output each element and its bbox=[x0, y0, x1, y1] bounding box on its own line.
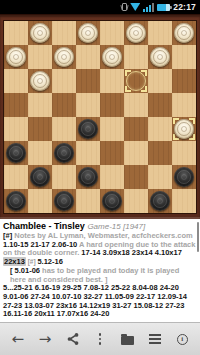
move-text[interactable]: 17-14 3.09x18 23x14 4.10x17 bbox=[81, 248, 182, 257]
light-square bbox=[28, 189, 52, 213]
white-man-28[interactable] bbox=[6, 47, 26, 67]
square-28[interactable] bbox=[4, 45, 28, 69]
square-1[interactable] bbox=[148, 189, 172, 213]
light-square bbox=[124, 45, 148, 69]
move-text[interactable]: 1.10-15 21-17 2.06-10 bbox=[3, 240, 79, 249]
square-4[interactable] bbox=[4, 189, 28, 213]
square-12[interactable] bbox=[4, 141, 28, 165]
light-square bbox=[52, 69, 76, 93]
engine-analysis-line: 13 (2/8): -0.10 5.12-16 24-20 6.16-19 25… bbox=[3, 320, 196, 322]
black-man-1[interactable] bbox=[150, 191, 170, 211]
light-square bbox=[76, 141, 100, 165]
info-button[interactable]: i bbox=[171, 328, 193, 350]
signal-icon bbox=[143, 3, 154, 12]
move-list-button[interactable] bbox=[144, 328, 166, 350]
notation-panel: Chamblee - Tinsley Game-15 [1947] [#] No… bbox=[0, 219, 200, 322]
light-square bbox=[172, 141, 196, 165]
light-square bbox=[148, 69, 172, 93]
light-square bbox=[148, 165, 172, 189]
white-man-29[interactable] bbox=[174, 23, 194, 43]
square-13[interactable] bbox=[172, 117, 196, 141]
black-man-3[interactable] bbox=[54, 191, 74, 211]
black-man-8[interactable] bbox=[30, 167, 50, 187]
light-square bbox=[4, 117, 28, 141]
wifi-icon bbox=[130, 3, 140, 11]
square-14[interactable] bbox=[124, 117, 148, 141]
square-5[interactable] bbox=[172, 165, 196, 189]
folder-icon bbox=[121, 336, 134, 345]
square-31[interactable] bbox=[76, 21, 100, 45]
light-square bbox=[172, 45, 196, 69]
light-square bbox=[124, 189, 148, 213]
move-origin-ghost bbox=[126, 71, 146, 91]
light-square bbox=[172, 189, 196, 213]
move-text[interactable]: 5.12-16 bbox=[37, 257, 62, 266]
square-25[interactable] bbox=[148, 45, 172, 69]
white-man-25[interactable] bbox=[150, 47, 170, 67]
move-text[interactable]: [#] bbox=[3, 231, 14, 240]
light-square bbox=[148, 117, 172, 141]
light-square bbox=[28, 45, 52, 69]
game-subtitle: Game-15 [1947] bbox=[87, 222, 145, 231]
move-text[interactable]: 5...25-21 6.16-19 29-25 7.08-12 25-22 8.… bbox=[3, 283, 187, 318]
light-square bbox=[124, 93, 148, 117]
square-18[interactable] bbox=[100, 93, 124, 117]
forward-button[interactable]: → bbox=[34, 328, 56, 350]
square-7[interactable] bbox=[76, 165, 100, 189]
share-icon bbox=[66, 332, 80, 346]
black-man-15[interactable] bbox=[78, 119, 98, 139]
square-11[interactable] bbox=[52, 141, 76, 165]
white-man-31[interactable] bbox=[78, 23, 98, 43]
black-man-11[interactable] bbox=[54, 143, 74, 163]
info-icon: i bbox=[177, 334, 188, 345]
light-square bbox=[28, 93, 52, 117]
folder-button[interactable] bbox=[116, 328, 138, 350]
vibrate-icon bbox=[122, 3, 127, 11]
move-text[interactable]: [ 5.01-06 bbox=[10, 266, 42, 275]
current-move[interactable]: 22x13 bbox=[3, 257, 26, 266]
square-2[interactable] bbox=[100, 189, 124, 213]
white-man-27[interactable] bbox=[54, 47, 74, 67]
light-square bbox=[148, 21, 172, 45]
mainline-moves[interactable]: 5...25-21 6.16-19 29-25 7.08-12 25-22 8.… bbox=[3, 284, 196, 319]
square-15[interactable] bbox=[76, 117, 100, 141]
board-frame bbox=[0, 14, 200, 219]
square-32[interactable] bbox=[28, 21, 52, 45]
white-man-26[interactable] bbox=[102, 47, 122, 67]
forward-arrow-icon: → bbox=[39, 332, 52, 347]
light-square bbox=[100, 165, 124, 189]
light-square bbox=[4, 165, 28, 189]
moves-line-1[interactable]: 1.10-15 21-17 2.06-10 A hard opening due… bbox=[3, 241, 196, 267]
app-screen: 22:17 Chamblee - Tinsley Game-15 [1947] … bbox=[0, 0, 200, 355]
black-man-12[interactable] bbox=[6, 143, 26, 163]
white-man-32[interactable] bbox=[30, 23, 50, 43]
light-square bbox=[76, 45, 100, 69]
light-square bbox=[4, 69, 28, 93]
scrollbar[interactable] bbox=[197, 222, 199, 252]
back-button[interactable]: ← bbox=[7, 328, 29, 350]
light-square bbox=[52, 117, 76, 141]
black-man-2[interactable] bbox=[102, 191, 122, 211]
light-square bbox=[4, 21, 28, 45]
light-square bbox=[124, 141, 148, 165]
square-16[interactable] bbox=[28, 117, 52, 141]
square-27[interactable] bbox=[52, 45, 76, 69]
light-square bbox=[52, 165, 76, 189]
square-3[interactable] bbox=[52, 189, 76, 213]
light-square bbox=[28, 141, 52, 165]
white-man-24[interactable] bbox=[30, 71, 50, 91]
vertical-dots-icon bbox=[99, 333, 102, 345]
black-man-7[interactable] bbox=[78, 167, 98, 187]
square-8[interactable] bbox=[28, 165, 52, 189]
white-man-13[interactable] bbox=[174, 119, 194, 139]
square-23[interactable] bbox=[76, 69, 100, 93]
black-man-5[interactable] bbox=[174, 167, 194, 187]
square-22[interactable] bbox=[124, 69, 148, 93]
square-30[interactable] bbox=[124, 21, 148, 45]
light-square bbox=[52, 21, 76, 45]
checkers-board bbox=[4, 21, 196, 213]
square-20[interactable] bbox=[4, 93, 28, 117]
menu-lines-icon bbox=[149, 334, 161, 344]
white-man-30[interactable] bbox=[126, 23, 146, 43]
variation-line[interactable]: [ 5.01-06 has to be played and today it … bbox=[3, 267, 196, 284]
square-21[interactable] bbox=[172, 69, 196, 93]
overflow-menu-button[interactable] bbox=[89, 328, 111, 350]
light-square bbox=[100, 117, 124, 141]
players-title: Chamblee - Tinsley bbox=[3, 221, 85, 231]
share-button[interactable] bbox=[62, 328, 84, 350]
light-square bbox=[100, 21, 124, 45]
square-9[interactable] bbox=[148, 141, 172, 165]
black-man-4[interactable] bbox=[6, 191, 26, 211]
square-10[interactable] bbox=[100, 141, 124, 165]
square-26[interactable] bbox=[100, 45, 124, 69]
status-time: 22:17 bbox=[173, 2, 196, 12]
square-19[interactable] bbox=[52, 93, 76, 117]
light-square bbox=[76, 189, 100, 213]
light-square bbox=[76, 93, 100, 117]
square-24[interactable] bbox=[28, 69, 52, 93]
status-bar: 22:17 bbox=[0, 0, 200, 14]
battery-icon bbox=[157, 4, 170, 11]
bottom-toolbar: ← → i bbox=[0, 322, 200, 355]
light-square bbox=[172, 93, 196, 117]
light-square bbox=[100, 69, 124, 93]
comment-text: Notes by AL Lyman, Webmaster, acfchecker… bbox=[14, 231, 192, 240]
comment-text: [#] bbox=[26, 258, 38, 265]
square-6[interactable] bbox=[124, 165, 148, 189]
square-29[interactable] bbox=[172, 21, 196, 45]
square-17[interactable] bbox=[148, 93, 172, 117]
back-arrow-icon: ← bbox=[11, 332, 24, 347]
